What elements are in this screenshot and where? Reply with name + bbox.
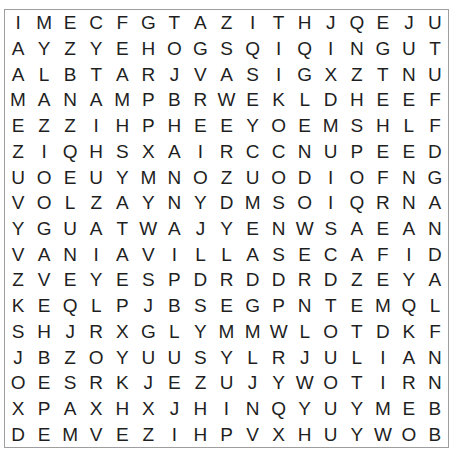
grid-cell[interactable]: S — [318, 216, 344, 242]
grid-cell[interactable]: O — [83, 344, 109, 370]
grid-cell[interactable]: O — [5, 370, 31, 396]
grid-cell[interactable]: S — [240, 61, 266, 87]
grid-cell[interactable]: M — [31, 10, 57, 36]
grid-cell[interactable]: Z — [187, 370, 213, 396]
grid-cell[interactable]: U — [318, 421, 344, 447]
grid-cell[interactable]: A — [396, 344, 422, 370]
grid-cell[interactable]: I — [161, 421, 187, 447]
grid-cell[interactable]: Y — [292, 396, 318, 422]
grid-cell[interactable]: T — [109, 216, 135, 242]
grid-cell[interactable]: F — [422, 318, 448, 344]
grid-cell[interactable]: A — [213, 61, 239, 87]
grid-cell[interactable]: U — [135, 344, 161, 370]
grid-cell[interactable]: M — [5, 87, 31, 113]
grid-cell[interactable]: X — [318, 61, 344, 87]
grid-cell[interactable]: W — [266, 318, 292, 344]
grid-cell[interactable]: O — [31, 164, 57, 190]
grid-cell[interactable]: M — [240, 190, 266, 216]
grid-cell[interactable]: D — [240, 267, 266, 293]
grid-cell[interactable]: I — [318, 36, 344, 62]
grid-cell[interactable]: I — [318, 190, 344, 216]
grid-cell[interactable]: J — [318, 10, 344, 36]
grid-cell[interactable]: E — [370, 87, 396, 113]
grid-cell[interactable]: P — [344, 139, 370, 165]
grid-cell[interactable]: Q — [396, 293, 422, 319]
grid-cell[interactable]: E — [109, 36, 135, 62]
grid-cell[interactable]: Y — [135, 190, 161, 216]
grid-cell[interactable]: H — [344, 87, 370, 113]
grid-cell[interactable]: L — [344, 344, 370, 370]
grid-cell[interactable]: G — [135, 10, 161, 36]
grid-cell[interactable]: N — [161, 190, 187, 216]
grid-cell[interactable]: Y — [83, 36, 109, 62]
grid-cell[interactable]: Q — [344, 10, 370, 36]
grid-cell[interactable]: Y — [396, 267, 422, 293]
grid-cell[interactable]: O — [266, 113, 292, 139]
grid-cell[interactable]: O — [318, 370, 344, 396]
grid-cell[interactable]: Y — [5, 216, 31, 242]
grid-cell[interactable]: H — [292, 10, 318, 36]
grid-cell[interactable]: D — [370, 318, 396, 344]
grid-cell[interactable]: G — [370, 36, 396, 62]
grid-cell[interactable]: M — [370, 293, 396, 319]
grid-cell[interactable]: U — [318, 139, 344, 165]
grid-cell[interactable]: Y — [187, 318, 213, 344]
grid-cell[interactable]: A — [109, 61, 135, 87]
grid-cell[interactable]: Z — [5, 267, 31, 293]
grid-cell[interactable]: W — [292, 370, 318, 396]
grid-cell[interactable]: I — [318, 164, 344, 190]
grid-cell[interactable]: Z — [31, 113, 57, 139]
grid-cell[interactable]: D — [266, 267, 292, 293]
grid-cell[interactable]: F — [422, 87, 448, 113]
grid-cell[interactable]: E — [396, 87, 422, 113]
grid-cell[interactable]: V — [83, 421, 109, 447]
grid-cell[interactable]: A — [31, 241, 57, 267]
grid-cell[interactable]: A — [187, 10, 213, 36]
grid-cell[interactable]: A — [109, 190, 135, 216]
grid-cell[interactable]: R — [370, 190, 396, 216]
grid-cell[interactable]: N — [396, 61, 422, 87]
grid-cell[interactable]: H — [370, 113, 396, 139]
grid-cell[interactable]: U — [5, 164, 31, 190]
grid-cell[interactable]: L — [31, 61, 57, 87]
grid-cell[interactable]: U — [240, 164, 266, 190]
grid-cell[interactable]: O — [396, 421, 422, 447]
grid-cell[interactable]: Q — [240, 36, 266, 62]
grid-cell[interactable]: E — [57, 164, 83, 190]
grid-cell[interactable]: E — [31, 370, 57, 396]
grid-cell[interactable]: U — [422, 10, 448, 36]
grid-cell[interactable]: M — [57, 421, 83, 447]
grid-cell[interactable]: I — [240, 10, 266, 36]
grid-cell[interactable]: R — [396, 370, 422, 396]
grid-cell[interactable]: T — [422, 36, 448, 62]
grid-cell[interactable]: V — [135, 241, 161, 267]
grid-cell[interactable]: S — [213, 36, 239, 62]
grid-cell[interactable]: A — [422, 190, 448, 216]
grid-cell[interactable]: L — [422, 293, 448, 319]
grid-cell[interactable]: E — [292, 241, 318, 267]
grid-cell[interactable]: I — [370, 370, 396, 396]
grid-cell[interactable]: Y — [344, 421, 370, 447]
grid-cell[interactable]: X — [5, 396, 31, 422]
grid-cell[interactable]: L — [292, 318, 318, 344]
grid-cell[interactable]: B — [161, 293, 187, 319]
grid-cell[interactable]: L — [83, 293, 109, 319]
grid-cell[interactable]: T — [370, 61, 396, 87]
grid-cell[interactable]: W — [370, 421, 396, 447]
grid-cell[interactable]: C — [266, 139, 292, 165]
grid-cell[interactable]: B — [422, 396, 448, 422]
grid-cell[interactable]: N — [422, 370, 448, 396]
grid-cell[interactable]: E — [31, 421, 57, 447]
grid-cell[interactable]: T — [344, 370, 370, 396]
grid-cell[interactable]: R — [135, 61, 161, 87]
grid-cell[interactable]: A — [109, 241, 135, 267]
grid-cell[interactable]: Q — [57, 139, 83, 165]
grid-cell[interactable]: J — [240, 370, 266, 396]
grid-cell[interactable]: Z — [57, 113, 83, 139]
grid-cell[interactable]: B — [31, 344, 57, 370]
grid-cell[interactable]: G — [135, 318, 161, 344]
grid-cell[interactable]: L — [161, 318, 187, 344]
grid-cell[interactable]: V — [31, 267, 57, 293]
grid-cell[interactable]: Z — [213, 164, 239, 190]
grid-cell[interactable]: E — [370, 10, 396, 36]
grid-cell[interactable]: L — [57, 190, 83, 216]
grid-cell[interactable]: Y — [109, 344, 135, 370]
grid-cell[interactable]: J — [187, 216, 213, 242]
grid-cell[interactable]: E — [57, 267, 83, 293]
grid-cell[interactable]: X — [83, 396, 109, 422]
grid-cell[interactable]: G — [240, 293, 266, 319]
grid-cell[interactable]: K — [266, 87, 292, 113]
grid-cell[interactable]: I — [187, 139, 213, 165]
grid-cell[interactable]: Z — [57, 344, 83, 370]
grid-cell[interactable]: J — [57, 318, 83, 344]
grid-cell[interactable]: V — [5, 241, 31, 267]
grid-cell[interactable]: R — [83, 318, 109, 344]
grid-cell[interactable]: E — [109, 421, 135, 447]
grid-cell[interactable]: P — [135, 113, 161, 139]
grid-cell[interactable]: W — [292, 216, 318, 242]
grid-cell[interactable]: T — [161, 10, 187, 36]
grid-cell[interactable]: I — [213, 396, 239, 422]
grid-cell[interactable]: R — [213, 267, 239, 293]
grid-cell[interactable]: L — [213, 241, 239, 267]
grid-cell[interactable]: E — [240, 216, 266, 242]
grid-cell[interactable]: O — [266, 164, 292, 190]
grid-cell[interactable]: I — [266, 36, 292, 62]
grid-cell[interactable]: Y — [240, 113, 266, 139]
grid-cell[interactable]: R — [213, 139, 239, 165]
grid-cell[interactable]: F — [422, 113, 448, 139]
grid-cell[interactable]: E — [370, 216, 396, 242]
grid-cell[interactable]: F — [370, 241, 396, 267]
grid-cell[interactable]: W — [213, 87, 239, 113]
grid-cell[interactable]: N — [422, 344, 448, 370]
grid-cell[interactable]: G — [31, 216, 57, 242]
grid-cell[interactable]: G — [187, 36, 213, 62]
grid-cell[interactable]: E — [213, 293, 239, 319]
grid-cell[interactable]: I — [161, 241, 187, 267]
grid-cell[interactable]: N — [57, 241, 83, 267]
grid-cell[interactable]: F — [109, 10, 135, 36]
grid-cell[interactable]: J — [292, 344, 318, 370]
grid-cell[interactable]: Y — [187, 190, 213, 216]
grid-cell[interactable]: W — [135, 216, 161, 242]
grid-cell[interactable]: H — [161, 113, 187, 139]
grid-cell[interactable]: S — [344, 113, 370, 139]
grid-cell[interactable]: K — [396, 318, 422, 344]
grid-cell[interactable]: H — [109, 113, 135, 139]
grid-cell[interactable]: Q — [266, 396, 292, 422]
grid-cell[interactable]: J — [161, 61, 187, 87]
grid-cell[interactable]: H — [292, 421, 318, 447]
grid-cell[interactable]: A — [31, 87, 57, 113]
grid-cell[interactable]: O — [344, 164, 370, 190]
grid-cell[interactable]: V — [5, 190, 31, 216]
grid-cell[interactable]: E — [5, 113, 31, 139]
grid-cell[interactable]: D — [318, 267, 344, 293]
grid-cell[interactable]: A — [83, 87, 109, 113]
grid-cell[interactable]: F — [370, 164, 396, 190]
grid-cell[interactable]: P — [266, 293, 292, 319]
grid-cell[interactable]: K — [5, 293, 31, 319]
grid-cell[interactable]: N — [240, 396, 266, 422]
grid-cell[interactable]: U — [396, 36, 422, 62]
grid-cell[interactable]: D — [292, 164, 318, 190]
grid-cell[interactable]: D — [318, 87, 344, 113]
grid-cell[interactable]: H — [135, 36, 161, 62]
grid-cell[interactable]: X — [135, 139, 161, 165]
grid-cell[interactable]: N — [396, 190, 422, 216]
grid-cell[interactable]: M — [135, 164, 161, 190]
grid-cell[interactable]: E — [109, 267, 135, 293]
grid-cell[interactable]: Z — [344, 267, 370, 293]
grid-cell[interactable]: Y — [31, 36, 57, 62]
word-search-grid: IMECFGTAZITHJQEJUAYZYEHOGSQIQINGUTALBTAR… — [4, 9, 449, 448]
grid-cell[interactable]: I — [266, 61, 292, 87]
grid-cell[interactable]: K — [109, 370, 135, 396]
grid-cell[interactable]: V — [240, 421, 266, 447]
grid-cell[interactable]: B — [422, 421, 448, 447]
grid-cell[interactable]: E — [187, 113, 213, 139]
grid-cell[interactable]: Q — [344, 190, 370, 216]
grid-cell[interactable]: Q — [292, 36, 318, 62]
grid-cell[interactable]: Z — [344, 61, 370, 87]
grid-cell[interactable]: E — [370, 139, 396, 165]
grid-cell[interactable]: Y — [213, 216, 239, 242]
grid-cell[interactable]: T — [344, 318, 370, 344]
grid-cell[interactable]: Y — [344, 396, 370, 422]
grid-cell[interactable]: E — [370, 267, 396, 293]
grid-cell[interactable]: E — [396, 139, 422, 165]
grid-cell[interactable]: J — [5, 344, 31, 370]
grid-cell[interactable]: Y — [213, 344, 239, 370]
grid-cell[interactable]: J — [135, 293, 161, 319]
grid-cell[interactable]: T — [266, 10, 292, 36]
grid-cell[interactable]: N — [266, 216, 292, 242]
grid-cell[interactable]: I — [83, 113, 109, 139]
grid-cell[interactable]: U — [83, 164, 109, 190]
grid-cell[interactable]: A — [240, 241, 266, 267]
grid-cell[interactable]: O — [187, 164, 213, 190]
grid-cell[interactable]: C — [318, 241, 344, 267]
grid-cell[interactable]: P — [31, 396, 57, 422]
grid-cell[interactable]: I — [31, 139, 57, 165]
grid-cell[interactable]: O — [318, 318, 344, 344]
grid-cell[interactable]: Y — [83, 267, 109, 293]
grid-cell[interactable]: A — [161, 216, 187, 242]
grid-cell[interactable]: H — [31, 318, 57, 344]
grid-cell[interactable]: N — [57, 87, 83, 113]
grid-cell[interactable]: L — [240, 344, 266, 370]
grid-cell[interactable]: E — [31, 293, 57, 319]
grid-cell[interactable]: X — [109, 318, 135, 344]
grid-cell[interactable]: I — [396, 241, 422, 267]
grid-cell[interactable]: A — [396, 216, 422, 242]
grid-cell[interactable]: E — [161, 370, 187, 396]
grid-cell[interactable]: S — [266, 190, 292, 216]
grid-cell[interactable]: A — [161, 139, 187, 165]
word-search-page: IMECFGTAZITHJQEJUAYZYEHOGSQIQINGUTALBTAR… — [0, 0, 454, 455]
grid-cell[interactable]: E — [292, 113, 318, 139]
grid-cell[interactable]: P — [135, 87, 161, 113]
grid-cell[interactable]: U — [213, 370, 239, 396]
grid-cell[interactable]: S — [266, 241, 292, 267]
grid-cell[interactable]: S — [187, 344, 213, 370]
grid-cell[interactable]: I — [83, 241, 109, 267]
grid-cell[interactable]: R — [187, 87, 213, 113]
grid-cell[interactable]: R — [292, 267, 318, 293]
grid-cell[interactable]: N — [161, 164, 187, 190]
grid-cell[interactable]: U — [57, 216, 83, 242]
grid-cell[interactable]: T — [318, 293, 344, 319]
grid-cell[interactable]: D — [422, 241, 448, 267]
grid-cell[interactable]: P — [109, 293, 135, 319]
grid-cell[interactable]: G — [292, 61, 318, 87]
grid-cell[interactable]: D — [213, 190, 239, 216]
grid-cell[interactable]: O — [31, 190, 57, 216]
grid-cell[interactable]: N — [396, 164, 422, 190]
grid-cell[interactable]: M — [318, 113, 344, 139]
grid-cell[interactable]: M — [213, 318, 239, 344]
grid-cell[interactable]: M — [240, 318, 266, 344]
grid-cell[interactable]: B — [161, 87, 187, 113]
grid-cell[interactable]: X — [135, 396, 161, 422]
grid-cell[interactable]: N — [344, 36, 370, 62]
grid-cell[interactable]: M — [109, 87, 135, 113]
grid-cell[interactable]: J — [135, 370, 161, 396]
grid-cell[interactable]: S — [187, 293, 213, 319]
grid-cell[interactable]: H — [83, 139, 109, 165]
grid-cell[interactable]: M — [370, 396, 396, 422]
grid-cell[interactable]: B — [57, 61, 83, 87]
grid-cell[interactable]: Y — [266, 370, 292, 396]
grid-cell[interactable]: P — [213, 421, 239, 447]
grid-cell[interactable]: A — [5, 61, 31, 87]
grid-cell[interactable]: N — [292, 293, 318, 319]
grid-cell[interactable]: N — [292, 139, 318, 165]
grid-cell[interactable]: O — [292, 190, 318, 216]
grid-cell[interactable]: I — [5, 10, 31, 36]
grid-cell[interactable]: A — [422, 267, 448, 293]
grid-cell[interactable]: R — [266, 344, 292, 370]
grid-cell[interactable]: E — [344, 293, 370, 319]
grid-cell[interactable]: S — [57, 370, 83, 396]
grid-cell[interactable]: A — [83, 216, 109, 242]
grid-cell[interactable]: P — [161, 267, 187, 293]
grid-cell[interactable]: G — [422, 164, 448, 190]
grid-cell[interactable]: S — [5, 318, 31, 344]
grid-cell[interactable]: Z — [57, 36, 83, 62]
grid-cell[interactable]: T — [83, 61, 109, 87]
grid-cell[interactable]: Q — [57, 293, 83, 319]
grid-cell[interactable]: Z — [213, 10, 239, 36]
grid-cell[interactable]: U — [318, 344, 344, 370]
grid-cell[interactable]: U — [318, 396, 344, 422]
grid-cell[interactable]: S — [135, 267, 161, 293]
grid-cell[interactable]: A — [5, 36, 31, 62]
grid-cell[interactable]: E — [396, 396, 422, 422]
grid-cell[interactable]: N — [422, 216, 448, 242]
grid-cell[interactable]: L — [292, 87, 318, 113]
grid-cell[interactable]: J — [396, 10, 422, 36]
grid-cell[interactable]: O — [161, 36, 187, 62]
grid-cell[interactable]: H — [187, 421, 213, 447]
grid-cell[interactable]: Z — [83, 190, 109, 216]
grid-cell[interactable]: A — [344, 216, 370, 242]
grid-cell[interactable]: C — [240, 139, 266, 165]
grid-cell[interactable]: L — [396, 113, 422, 139]
grid-cell[interactable]: V — [187, 61, 213, 87]
grid-cell[interactable]: I — [370, 344, 396, 370]
grid-cell[interactable]: Z — [135, 421, 161, 447]
grid-cell[interactable]: Z — [5, 139, 31, 165]
grid-cell[interactable]: Y — [109, 164, 135, 190]
grid-cell[interactable]: D — [187, 267, 213, 293]
grid-cell[interactable]: L — [187, 241, 213, 267]
grid-cell[interactable]: A — [344, 241, 370, 267]
grid-cell[interactable]: J — [161, 396, 187, 422]
grid-cell[interactable]: E — [57, 10, 83, 36]
grid-cell[interactable]: U — [422, 61, 448, 87]
grid-cell[interactable]: R — [83, 370, 109, 396]
grid-cell[interactable]: H — [109, 396, 135, 422]
grid-cell[interactable]: S — [109, 139, 135, 165]
grid-cell[interactable]: E — [240, 87, 266, 113]
grid-cell[interactable]: D — [422, 139, 448, 165]
grid-cell[interactable]: D — [5, 421, 31, 447]
grid-cell[interactable]: C — [83, 10, 109, 36]
grid-cell[interactable]: H — [187, 396, 213, 422]
grid-cell[interactable]: X — [266, 421, 292, 447]
grid-cell[interactable]: U — [161, 344, 187, 370]
grid-cell[interactable]: A — [57, 396, 83, 422]
grid-cell[interactable]: E — [213, 113, 239, 139]
